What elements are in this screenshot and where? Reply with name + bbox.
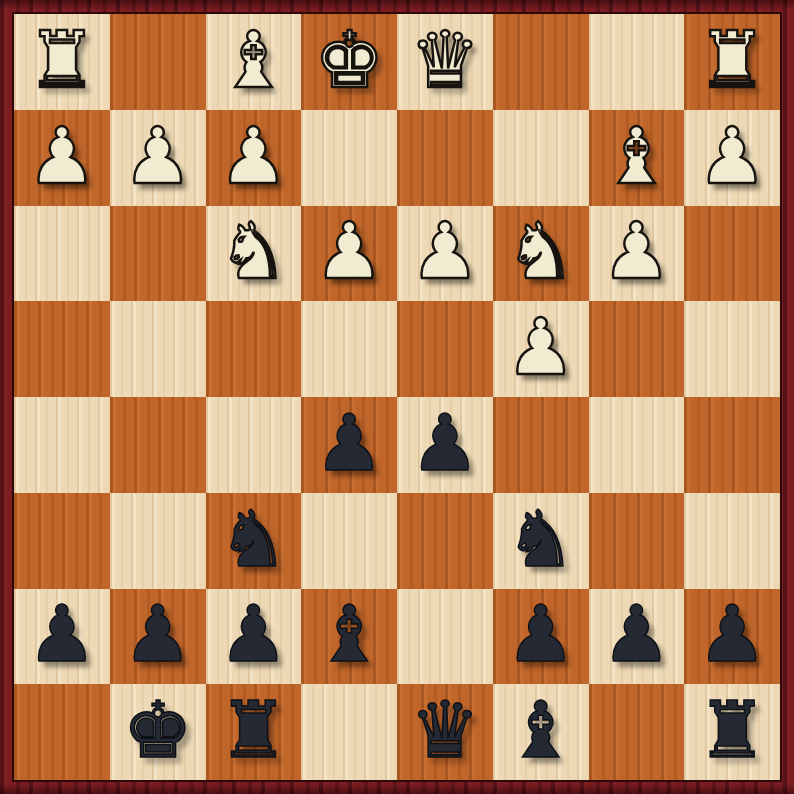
black-rook[interactable]: ♜ (697, 691, 767, 769)
white-pawn[interactable]: ♟ (410, 212, 480, 290)
square-b1[interactable] (589, 14, 685, 110)
white-pawn[interactable]: ♟ (27, 117, 97, 195)
square-c5[interactable] (493, 397, 589, 493)
square-e2[interactable] (301, 110, 397, 206)
black-pawn[interactable]: ♟ (506, 595, 576, 673)
square-g1[interactable] (110, 14, 206, 110)
square-d4[interactable] (397, 301, 493, 397)
chess-board: ♜♝♚♛♜♟♟♟♝♟♞♟♟♞♟♟♟♟♞♞♟♟♟♝♟♟♟♚♜♛♝♜ (12, 12, 782, 782)
square-g4[interactable] (110, 301, 206, 397)
square-g2[interactable]: ♟ (110, 110, 206, 206)
white-king[interactable]: ♚ (314, 21, 384, 99)
square-f3[interactable]: ♞ (206, 206, 302, 302)
square-h3[interactable] (14, 206, 110, 302)
black-knight[interactable]: ♞ (506, 500, 576, 578)
square-f2[interactable]: ♟ (206, 110, 302, 206)
square-d2[interactable] (397, 110, 493, 206)
white-pawn[interactable]: ♟ (601, 212, 671, 290)
square-d3[interactable]: ♟ (397, 206, 493, 302)
square-b5[interactable] (589, 397, 685, 493)
square-h1[interactable]: ♜ (14, 14, 110, 110)
square-e4[interactable] (301, 301, 397, 397)
square-f8[interactable]: ♜ (206, 684, 302, 780)
white-bishop[interactable]: ♝ (218, 21, 288, 99)
square-g8[interactable]: ♚ (110, 684, 206, 780)
square-b2[interactable]: ♝ (589, 110, 685, 206)
square-b8[interactable] (589, 684, 685, 780)
square-c4[interactable]: ♟ (493, 301, 589, 397)
square-g7[interactable]: ♟ (110, 589, 206, 685)
square-e1[interactable]: ♚ (301, 14, 397, 110)
black-pawn[interactable]: ♟ (123, 595, 193, 673)
square-f1[interactable]: ♝ (206, 14, 302, 110)
black-king[interactable]: ♚ (123, 691, 193, 769)
square-a3[interactable] (684, 206, 780, 302)
white-knight[interactable]: ♞ (218, 212, 288, 290)
square-g3[interactable] (110, 206, 206, 302)
square-f5[interactable] (206, 397, 302, 493)
black-rook[interactable]: ♜ (218, 691, 288, 769)
square-h7[interactable]: ♟ (14, 589, 110, 685)
square-a2[interactable]: ♟ (684, 110, 780, 206)
white-rook[interactable]: ♜ (27, 21, 97, 99)
square-h2[interactable]: ♟ (14, 110, 110, 206)
white-pawn[interactable]: ♟ (314, 212, 384, 290)
white-knight[interactable]: ♞ (506, 212, 576, 290)
square-g5[interactable] (110, 397, 206, 493)
square-d5[interactable]: ♟ (397, 397, 493, 493)
white-queen[interactable]: ♛ (410, 21, 480, 99)
white-pawn[interactable]: ♟ (218, 117, 288, 195)
square-a8[interactable]: ♜ (684, 684, 780, 780)
square-b7[interactable]: ♟ (589, 589, 685, 685)
square-c1[interactable] (493, 14, 589, 110)
square-d8[interactable]: ♛ (397, 684, 493, 780)
square-c3[interactable]: ♞ (493, 206, 589, 302)
square-e6[interactable] (301, 493, 397, 589)
white-pawn[interactable]: ♟ (123, 117, 193, 195)
black-pawn[interactable]: ♟ (218, 595, 288, 673)
square-e7[interactable]: ♝ (301, 589, 397, 685)
square-a1[interactable]: ♜ (684, 14, 780, 110)
square-b3[interactable]: ♟ (589, 206, 685, 302)
white-bishop[interactable]: ♝ (601, 117, 671, 195)
square-d6[interactable] (397, 493, 493, 589)
square-f4[interactable] (206, 301, 302, 397)
white-rook[interactable]: ♜ (697, 21, 767, 99)
white-pawn[interactable]: ♟ (506, 308, 576, 386)
square-b6[interactable] (589, 493, 685, 589)
square-a5[interactable] (684, 397, 780, 493)
square-h6[interactable] (14, 493, 110, 589)
square-a4[interactable] (684, 301, 780, 397)
black-bishop[interactable]: ♝ (314, 595, 384, 673)
board-frame: ♜♝♚♛♜♟♟♟♝♟♞♟♟♞♟♟♟♟♞♞♟♟♟♝♟♟♟♚♜♛♝♜ (0, 0, 794, 794)
black-pawn[interactable]: ♟ (410, 404, 480, 482)
black-queen[interactable]: ♛ (410, 691, 480, 769)
black-pawn[interactable]: ♟ (314, 404, 384, 482)
black-pawn[interactable]: ♟ (697, 595, 767, 673)
square-g6[interactable] (110, 493, 206, 589)
square-c7[interactable]: ♟ (493, 589, 589, 685)
black-pawn[interactable]: ♟ (601, 595, 671, 673)
square-h8[interactable] (14, 684, 110, 780)
square-c2[interactable] (493, 110, 589, 206)
square-h4[interactable] (14, 301, 110, 397)
square-a7[interactable]: ♟ (684, 589, 780, 685)
square-b4[interactable] (589, 301, 685, 397)
square-c8[interactable]: ♝ (493, 684, 589, 780)
square-c6[interactable]: ♞ (493, 493, 589, 589)
square-a6[interactable] (684, 493, 780, 589)
black-pawn[interactable]: ♟ (27, 595, 97, 673)
square-f7[interactable]: ♟ (206, 589, 302, 685)
square-d1[interactable]: ♛ (397, 14, 493, 110)
black-bishop[interactable]: ♝ (506, 691, 576, 769)
square-h5[interactable] (14, 397, 110, 493)
square-f6[interactable]: ♞ (206, 493, 302, 589)
square-e3[interactable]: ♟ (301, 206, 397, 302)
black-knight[interactable]: ♞ (218, 500, 288, 578)
square-d7[interactable] (397, 589, 493, 685)
square-e5[interactable]: ♟ (301, 397, 397, 493)
square-e8[interactable] (301, 684, 397, 780)
white-pawn[interactable]: ♟ (697, 117, 767, 195)
